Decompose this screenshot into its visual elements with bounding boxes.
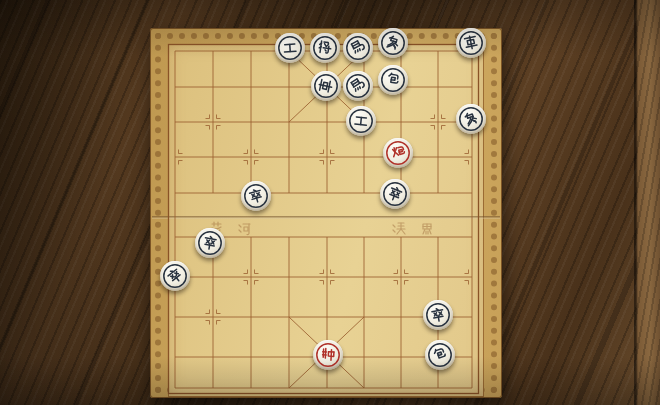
piece-black-advisor[interactable] bbox=[346, 106, 376, 136]
piece-black-horse[interactable] bbox=[343, 71, 373, 101]
red-general-glyph bbox=[313, 340, 343, 370]
black-soldier-glyph bbox=[195, 228, 225, 258]
black-soldier-glyph bbox=[160, 261, 190, 291]
pieces-layer bbox=[0, 0, 660, 405]
piece-black-soldier[interactable] bbox=[380, 179, 410, 209]
piece-red-general[interactable] bbox=[313, 340, 343, 370]
piece-black-soldier[interactable] bbox=[195, 228, 225, 258]
piece-black-chariot[interactable] bbox=[456, 28, 486, 58]
black-horse-glyph bbox=[343, 71, 373, 101]
piece-red-cannon[interactable] bbox=[383, 138, 413, 168]
black-advisor-glyph bbox=[346, 106, 376, 136]
black-cannon-glyph bbox=[425, 340, 455, 370]
piece-black-soldier[interactable] bbox=[241, 181, 271, 211]
red-cannon-glyph bbox=[383, 138, 413, 168]
piece-black-soldier[interactable] bbox=[423, 300, 453, 330]
piece-black-cannon[interactable] bbox=[378, 65, 408, 95]
piece-black-cannon[interactable] bbox=[425, 340, 455, 370]
piece-black-horse[interactable] bbox=[343, 33, 373, 63]
piece-black-soldier[interactable] bbox=[160, 261, 190, 291]
black-horse-glyph bbox=[343, 33, 373, 63]
piece-black-advisor[interactable] bbox=[275, 33, 305, 63]
piece-black-elephant[interactable] bbox=[378, 28, 408, 58]
black-soldier-glyph bbox=[380, 179, 410, 209]
black-elephant-glyph bbox=[456, 104, 486, 134]
black-soldier-glyph bbox=[241, 181, 271, 211]
black-chariot-glyph bbox=[311, 71, 341, 101]
piece-black-elephant[interactable] bbox=[456, 104, 486, 134]
black-general-glyph bbox=[310, 33, 340, 63]
piece-black-general[interactable] bbox=[310, 33, 340, 63]
black-cannon-glyph bbox=[378, 65, 408, 95]
black-elephant-glyph bbox=[378, 28, 408, 58]
black-advisor-glyph bbox=[275, 33, 305, 63]
black-chariot-glyph bbox=[456, 28, 486, 58]
piece-black-chariot[interactable] bbox=[311, 71, 341, 101]
black-soldier-glyph bbox=[423, 300, 453, 330]
